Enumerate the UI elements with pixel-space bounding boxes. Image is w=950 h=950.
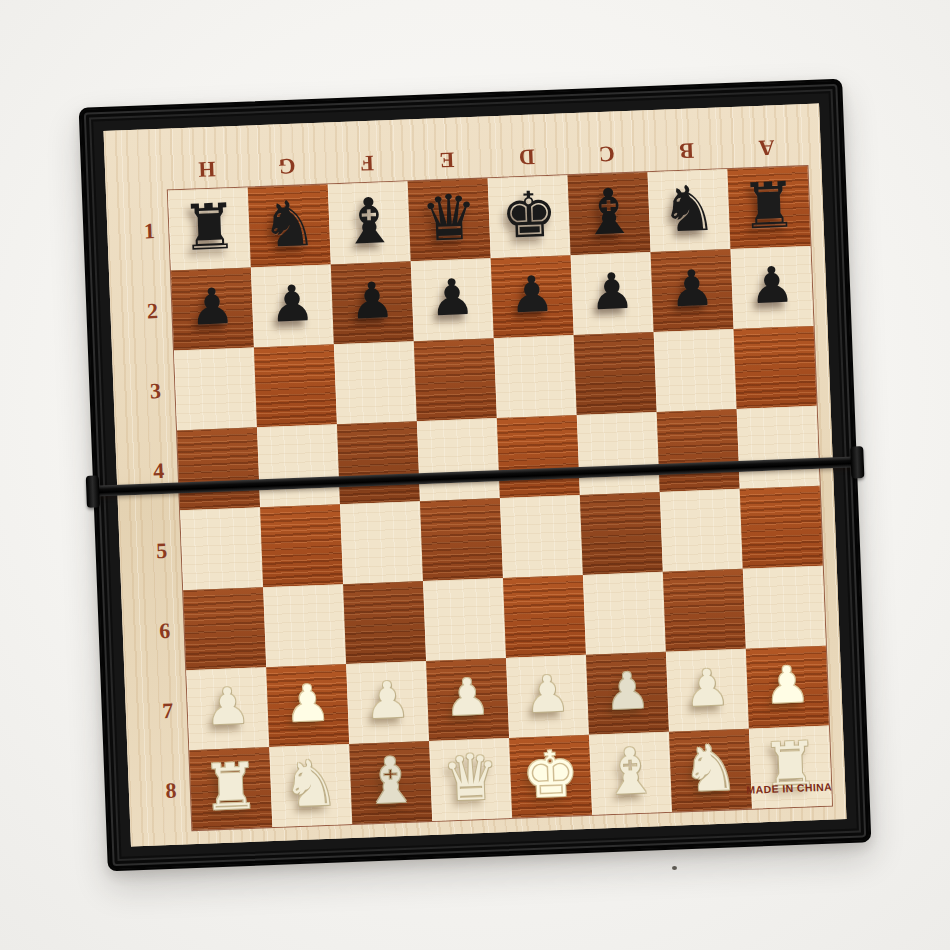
square-b7: ♟ (666, 649, 749, 732)
square-g2: ♟ (251, 264, 334, 347)
square-d7: ♟ (506, 655, 589, 738)
file-top-label-c: C (566, 132, 647, 175)
hinge-tab-left-icon (86, 475, 100, 507)
piece-white-bishop: ♝ (601, 739, 660, 804)
square-a3 (734, 326, 817, 409)
square-f5 (340, 501, 423, 584)
piece-black-pawn: ♟ (589, 266, 636, 318)
square-b6 (663, 569, 746, 652)
square-d2: ♟ (491, 255, 574, 338)
piece-black-pawn: ♟ (509, 269, 556, 321)
square-h5 (180, 507, 263, 590)
piece-white-queen: ♛ (441, 745, 500, 810)
square-c7: ♟ (586, 652, 669, 735)
piece-black-pawn: ♟ (189, 281, 236, 333)
rank-left-label-1: 1 (128, 191, 171, 272)
square-h7: ♟ (186, 667, 269, 750)
piece-black-king: ♚ (500, 182, 559, 247)
piece-black-rook: ♜ (180, 194, 239, 259)
hinge-tab-right-icon (850, 446, 864, 478)
file-top-label-h: H (166, 148, 247, 191)
square-d4 (497, 415, 580, 498)
square-g5 (260, 504, 343, 587)
square-a7: ♟ (746, 646, 829, 729)
square-g3 (254, 344, 337, 427)
rank-left-label-4: 4 (137, 430, 180, 511)
square-f2: ♟ (331, 261, 414, 344)
photo-background: HGFEDCBA HGFEDCBA 12345678 12345678 ♜♞♝♛… (0, 0, 950, 950)
piece-white-pawn: ♟ (524, 669, 571, 721)
piece-black-pawn: ♟ (349, 275, 396, 327)
piece-white-pawn: ♟ (684, 662, 731, 714)
piece-black-pawn: ♟ (429, 272, 476, 324)
square-a5 (740, 486, 823, 569)
square-c6 (583, 572, 666, 655)
file-top-label-g: G (246, 144, 327, 187)
square-e3 (414, 338, 497, 421)
piece-black-pawn: ♟ (669, 263, 716, 315)
file-top-label-b: B (646, 129, 727, 172)
piece-white-pawn: ♟ (204, 681, 251, 733)
square-b4 (657, 409, 740, 492)
rank-left-label-2: 2 (131, 271, 174, 352)
square-h2: ♟ (171, 267, 254, 350)
square-f6 (343, 581, 426, 664)
piece-black-pawn: ♟ (269, 278, 316, 330)
piece-black-knight: ♞ (659, 176, 718, 241)
rank-left-label-8: 8 (149, 750, 192, 831)
square-h8: ♜ (189, 747, 272, 830)
square-f8: ♝ (349, 741, 432, 824)
square-h3 (174, 347, 257, 430)
square-c8: ♝ (589, 732, 672, 815)
square-e4 (417, 418, 500, 501)
square-g8: ♞ (269, 744, 352, 827)
file-top-label-f: F (326, 141, 407, 184)
square-c4 (577, 412, 660, 495)
piece-black-pawn: ♟ (749, 260, 796, 312)
square-d5 (500, 495, 583, 578)
file-top-label-d: D (486, 135, 567, 178)
square-b3 (654, 329, 737, 412)
piece-white-pawn: ♟ (604, 665, 651, 717)
square-c3 (574, 332, 657, 415)
square-g4 (257, 424, 340, 507)
piece-white-rook: ♜ (201, 754, 260, 819)
square-f3 (334, 341, 417, 424)
rank-left-label-6: 6 (143, 590, 186, 671)
square-f1: ♝ (328, 181, 411, 264)
square-e8: ♛ (429, 738, 512, 821)
square-b5 (660, 489, 743, 572)
rank-left-label-5: 5 (140, 510, 183, 591)
board-grid: ♜♞♝♛♚♝♞♜♟♟♟♟♟♟♟♟♟♟♟♟♟♟♟♟♜♞♝♛♚♝♞♜ (168, 166, 832, 830)
square-b8: ♞ (669, 729, 752, 812)
square-d6 (503, 575, 586, 658)
piece-black-knight: ♞ (260, 191, 319, 256)
square-a1: ♜ (727, 166, 810, 249)
square-h6 (183, 587, 266, 670)
file-top-label-a: A (726, 126, 807, 169)
square-e5 (420, 498, 503, 581)
square-d1: ♚ (488, 175, 571, 258)
piece-white-knight: ♞ (281, 751, 340, 816)
square-a8: ♜ (749, 726, 832, 809)
square-g6 (263, 584, 346, 667)
rank-left-label-7: 7 (146, 670, 189, 751)
square-f4 (337, 421, 420, 504)
square-a4 (737, 406, 820, 489)
piece-white-pawn: ♟ (284, 678, 331, 730)
square-d3 (494, 335, 577, 418)
piece-white-knight: ♞ (681, 736, 740, 801)
dust-speck (672, 866, 677, 870)
rank-left-label-3: 3 (134, 350, 177, 431)
piece-black-rook: ♜ (739, 173, 798, 238)
piece-white-king: ♚ (521, 742, 580, 807)
square-c1: ♝ (568, 172, 651, 255)
square-e1: ♛ (408, 178, 491, 261)
piece-black-bishop: ♝ (340, 188, 399, 253)
square-e7: ♟ (426, 658, 509, 741)
piece-black-bishop: ♝ (580, 179, 639, 244)
square-c2: ♟ (571, 252, 654, 335)
piece-black-queen: ♛ (420, 185, 479, 250)
square-a6 (743, 566, 826, 649)
file-top-label-e: E (406, 138, 487, 181)
square-g1: ♞ (248, 184, 331, 267)
square-c5 (580, 492, 663, 575)
square-a2: ♟ (731, 246, 814, 329)
square-e2: ♟ (411, 258, 494, 341)
piece-white-bishop: ♝ (361, 748, 420, 813)
square-e6 (423, 578, 506, 661)
square-g7: ♟ (266, 664, 349, 747)
square-h1: ♜ (168, 188, 251, 271)
square-d8: ♚ (509, 735, 592, 818)
piece-white-pawn: ♟ (444, 672, 491, 724)
square-f7: ♟ (346, 661, 429, 744)
square-b1: ♞ (648, 169, 731, 252)
square-h4 (177, 427, 260, 510)
piece-white-pawn: ♟ (364, 675, 411, 727)
piece-white-pawn: ♟ (764, 659, 811, 711)
chess-board: HGFEDCBA HGFEDCBA 12345678 12345678 ♜♞♝♛… (79, 79, 872, 872)
square-b2: ♟ (651, 249, 734, 332)
